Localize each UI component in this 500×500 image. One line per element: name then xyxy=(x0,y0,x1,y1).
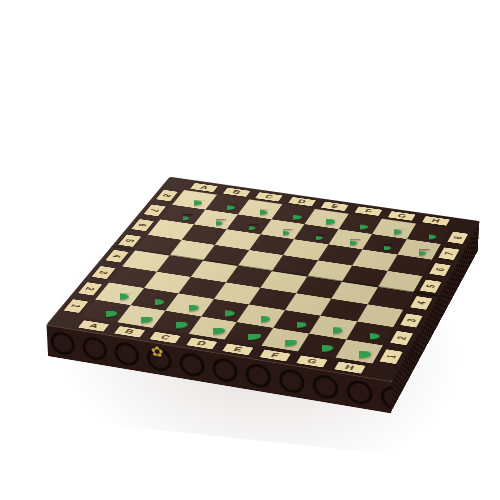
product-photo: ABCDEFGH ABCDEFGH 87654321 87654321 ✿ ♜♞… xyxy=(0,0,500,500)
brass-latch-icon: ✿ xyxy=(151,343,164,359)
